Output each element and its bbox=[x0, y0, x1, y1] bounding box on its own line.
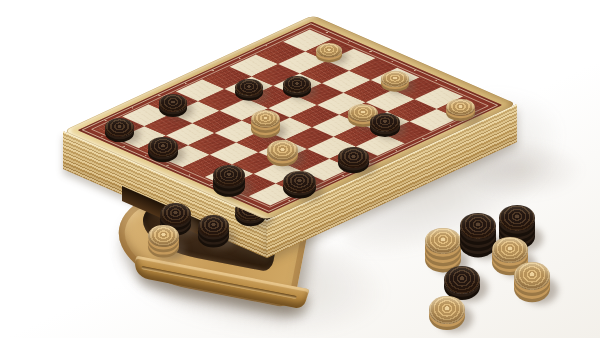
checkers-set-scene bbox=[0, 0, 600, 338]
checker-dark-stack3[interactable] bbox=[460, 213, 496, 239]
checker-dark-stack2[interactable] bbox=[198, 215, 229, 237]
checker-light[interactable] bbox=[316, 43, 342, 58]
checker-light-stack2[interactable] bbox=[514, 262, 550, 290]
checker-light[interactable] bbox=[429, 296, 465, 325]
checker-light-stack3[interactable] bbox=[425, 228, 461, 255]
checker-dark[interactable] bbox=[283, 76, 311, 93]
checker-dark-stack2[interactable] bbox=[160, 203, 191, 225]
checker-light[interactable] bbox=[267, 140, 298, 160]
checker-dark-stack2[interactable] bbox=[213, 165, 245, 187]
checker-dark[interactable] bbox=[148, 137, 179, 157]
checker-light-stack2[interactable] bbox=[148, 225, 179, 248]
checker-dark[interactable] bbox=[370, 113, 400, 132]
checker-dark[interactable] bbox=[444, 266, 480, 294]
checker-dark[interactable] bbox=[235, 79, 263, 96]
checker-light[interactable] bbox=[446, 99, 475, 117]
checker-dark[interactable] bbox=[105, 118, 135, 137]
checker-light-stack2[interactable] bbox=[492, 237, 528, 264]
checker-dark[interactable] bbox=[159, 94, 188, 112]
checker-dark[interactable] bbox=[283, 171, 315, 193]
checker-dark-stack3[interactable] bbox=[499, 205, 535, 231]
checker-dark[interactable] bbox=[338, 147, 369, 168]
checker-light[interactable] bbox=[381, 71, 409, 87]
